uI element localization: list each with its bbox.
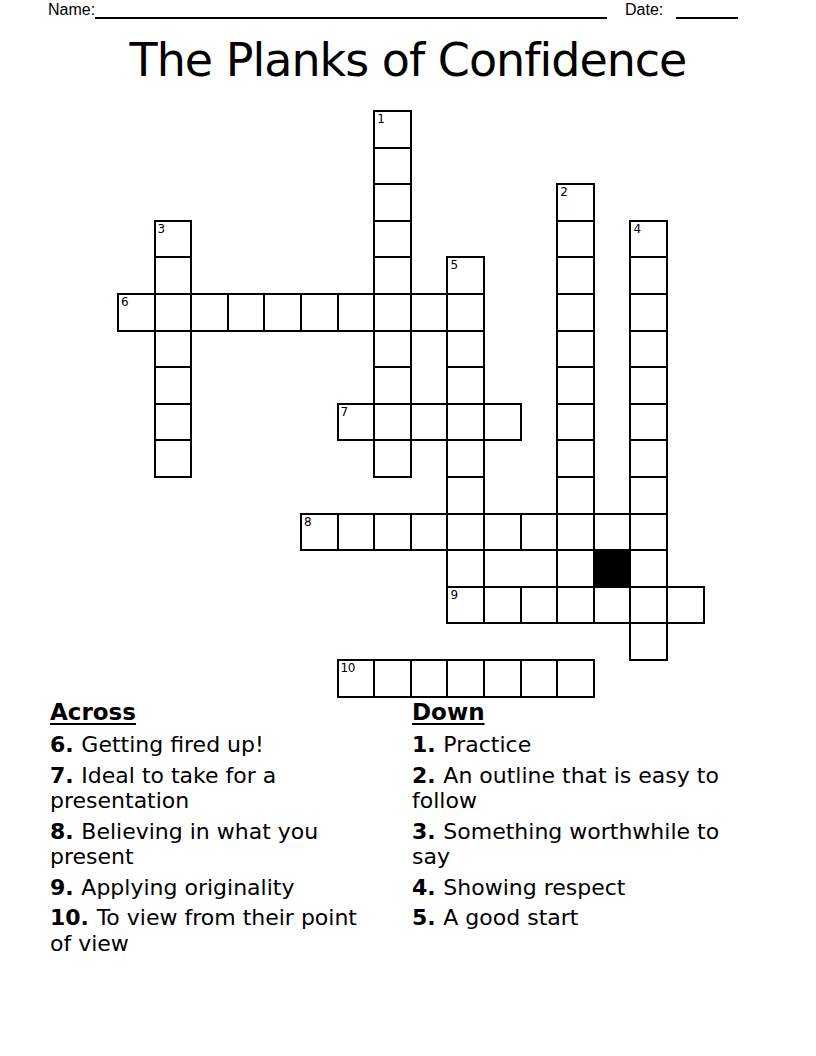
clue-number-label: 1. [412, 732, 443, 757]
clue-number: 3 [158, 222, 165, 236]
clue-number-label: 8. [50, 819, 81, 844]
grid-cell[interactable] [373, 330, 412, 369]
grid-cell[interactable] [446, 403, 485, 442]
grid-cell[interactable] [629, 403, 668, 442]
clue-text: To view from their point of view [50, 905, 357, 956]
grid-cell[interactable] [446, 476, 485, 515]
grid-cell[interactable] [410, 293, 449, 332]
grid-cell[interactable]: 9 [446, 586, 485, 625]
grid-cell[interactable] [556, 293, 595, 332]
grid-cell[interactable]: 3 [154, 220, 193, 259]
grid-cell[interactable] [629, 330, 668, 369]
grid-cell[interactable] [373, 439, 412, 478]
grid-cell[interactable] [556, 366, 595, 405]
clue-text: Applying originality [81, 875, 294, 900]
grid-cell[interactable] [556, 330, 595, 369]
grid-cell[interactable] [154, 439, 193, 478]
across-clues-section: Across 6. Getting fired up!7. Ideal to t… [50, 699, 380, 961]
grid-cell[interactable] [629, 549, 668, 588]
down-heading: Down [412, 699, 757, 726]
grid-cell[interactable] [154, 366, 193, 405]
grid-cell[interactable] [446, 439, 485, 478]
down-clues: 1. Practice2. An outline that is easy to… [412, 732, 757, 931]
grid-cell[interactable] [556, 586, 595, 625]
clue-number: 1 [377, 112, 384, 126]
grid-cell[interactable]: 10 [337, 659, 376, 698]
grid-cell[interactable] [629, 476, 668, 515]
grid-cell[interactable] [556, 549, 595, 588]
grid-cell[interactable] [190, 293, 229, 332]
grid-cell[interactable] [446, 513, 485, 552]
grid-cell[interactable] [556, 220, 595, 259]
grid-cell[interactable] [373, 183, 412, 222]
puzzle-title: The Planks of Confidence [0, 33, 816, 87]
clue-text: An outline that is easy to follow [412, 763, 719, 814]
clue-across-6: 6. Getting fired up! [50, 732, 380, 758]
crossword-grid: 12345678910 [117, 110, 703, 696]
grid-cell[interactable] [154, 256, 193, 295]
grid-cell[interactable] [154, 330, 193, 369]
clue-number: 4 [633, 222, 640, 236]
grid-cell[interactable] [373, 220, 412, 259]
grid-cell[interactable] [410, 659, 449, 698]
grid-cell[interactable] [373, 147, 412, 186]
grid-cell[interactable] [556, 439, 595, 478]
clue-across-7: 7. Ideal to take for a presentation [50, 763, 380, 814]
clue-number-label: 5. [412, 905, 443, 930]
worksheet-page: Name: Date: The Planks of Confidence 123… [0, 0, 816, 1056]
clue-number-label: 9. [50, 875, 81, 900]
grid-cell[interactable] [410, 403, 449, 442]
grid-cell[interactable] [227, 293, 266, 332]
grid-cell[interactable]: 4 [629, 220, 668, 259]
grid-cell[interactable] [483, 513, 522, 552]
grid-cell[interactable] [154, 293, 193, 332]
grid-cell[interactable] [556, 513, 595, 552]
clue-across-8: 8. Believing in what you present [50, 819, 380, 870]
grid-cell[interactable] [373, 366, 412, 405]
clue-down-3: 3. Something worthwhile to say [412, 819, 757, 870]
grid-cell[interactable] [556, 256, 595, 295]
grid-cell[interactable] [337, 513, 376, 552]
clue-number: 9 [450, 588, 457, 602]
date-write-line[interactable] [676, 0, 738, 19]
grid-cell[interactable] [373, 256, 412, 295]
grid-cell[interactable] [446, 549, 485, 588]
grid-cell[interactable]: 7 [337, 403, 376, 442]
date-label: Date: [625, 1, 663, 19]
grid-cell[interactable] [300, 293, 339, 332]
across-clues: 6. Getting fired up!7. Ideal to take for… [50, 732, 380, 956]
grid-cell[interactable] [629, 586, 668, 625]
grid-cell[interactable] [373, 403, 412, 442]
clue-text: Ideal to take for a presentation [50, 763, 276, 814]
grid-cell[interactable]: 1 [373, 110, 412, 149]
clue-text: Believing in what you present [50, 819, 318, 870]
clue-text: A good start [443, 905, 578, 930]
clue-number-label: 4. [412, 875, 443, 900]
clue-number-label: 3. [412, 819, 443, 844]
clue-down-4: 4. Showing respect [412, 875, 757, 901]
grid-cell[interactable] [629, 439, 668, 478]
grid-cell[interactable] [520, 659, 559, 698]
grid-cell[interactable] [410, 513, 449, 552]
black-cell [593, 549, 632, 588]
grid-cell[interactable]: 2 [556, 183, 595, 222]
clue-down-2: 2. An outline that is easy to follow [412, 763, 757, 814]
grid-cell[interactable] [593, 586, 632, 625]
grid-cell[interactable] [629, 293, 668, 332]
grid-cell[interactable] [629, 256, 668, 295]
clue-number-label: 6. [50, 732, 81, 757]
grid-cell[interactable] [263, 293, 302, 332]
grid-cell[interactable] [373, 513, 412, 552]
clue-text: Something worthwhile to say [412, 819, 719, 870]
clue-across-10: 10. To view from their point of view [50, 905, 380, 956]
grid-cell[interactable] [483, 659, 522, 698]
clue-number-label: 7. [50, 763, 81, 788]
grid-cell[interactable]: 8 [300, 513, 339, 552]
grid-cell[interactable] [337, 293, 376, 332]
grid-cell[interactable] [373, 659, 412, 698]
name-label: Name: [48, 1, 95, 19]
grid-cell[interactable] [520, 513, 559, 552]
grid-cell[interactable] [154, 403, 193, 442]
grid-cell[interactable] [666, 586, 705, 625]
name-write-line[interactable] [95, 0, 607, 19]
grid-cell[interactable] [556, 659, 595, 698]
clue-number: 5 [450, 258, 457, 272]
clue-number: 8 [304, 515, 311, 529]
grid-cell[interactable] [629, 622, 668, 661]
grid-cell[interactable] [520, 586, 559, 625]
clue-text: Showing respect [443, 875, 625, 900]
clue-down-5: 5. A good start [412, 905, 757, 931]
clue-number: 7 [341, 405, 348, 419]
grid-cell[interactable] [446, 366, 485, 405]
grid-cell[interactable]: 5 [446, 256, 485, 295]
grid-cell[interactable] [483, 403, 522, 442]
clue-number: 6 [121, 295, 128, 309]
grid-cell[interactable] [593, 513, 632, 552]
clue-number-label: 10. [50, 905, 97, 930]
grid-cell[interactable] [446, 659, 485, 698]
grid-cell[interactable] [629, 513, 668, 552]
clue-text: Practice [443, 732, 531, 757]
clue-number: 10 [341, 661, 355, 675]
grid-cell[interactable] [373, 293, 412, 332]
grid-cell[interactable] [483, 586, 522, 625]
clue-down-1: 1. Practice [412, 732, 757, 758]
grid-cell[interactable] [629, 366, 668, 405]
grid-cell[interactable] [446, 293, 485, 332]
across-heading: Across [50, 699, 380, 726]
grid-cell[interactable] [556, 476, 595, 515]
clue-across-9: 9. Applying originality [50, 875, 380, 901]
grid-cell[interactable]: 6 [117, 293, 156, 332]
clue-text: Getting fired up! [81, 732, 264, 757]
grid-cell[interactable] [446, 330, 485, 369]
down-clues-section: Down 1. Practice2. An outline that is ea… [412, 699, 757, 936]
clue-number: 2 [560, 185, 567, 199]
grid-cell[interactable] [556, 403, 595, 442]
clue-number-label: 2. [412, 763, 443, 788]
